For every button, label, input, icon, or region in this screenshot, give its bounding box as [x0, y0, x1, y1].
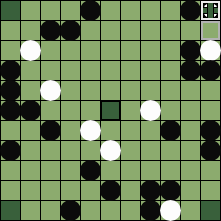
cell-r3c5[interactable] [101, 61, 120, 80]
cell-r5c3[interactable] [61, 101, 80, 120]
cell-r10c1[interactable] [21, 201, 40, 220]
cell-r7c0[interactable] [1, 141, 20, 160]
black-stone[interactable] [80, 160, 101, 181]
black-stone[interactable] [160, 180, 181, 201]
black-stone[interactable] [140, 180, 161, 201]
black-stone[interactable] [200, 60, 221, 81]
cell-r7c9[interactable] [181, 141, 200, 160]
black-stone[interactable] [180, 60, 201, 81]
cell-r1c5[interactable] [101, 21, 120, 40]
cell-r6c10[interactable] [201, 121, 220, 140]
cell-r8c2[interactable] [41, 161, 60, 180]
black-stone[interactable] [0, 100, 21, 121]
cell-r1c4[interactable] [81, 21, 100, 40]
cell-r5c5[interactable] [101, 101, 120, 120]
cell-r3c10[interactable] [201, 61, 220, 80]
cell-r7c1[interactable] [21, 141, 40, 160]
cell-r8c10[interactable] [201, 161, 220, 180]
cell-r3c1[interactable] [21, 61, 40, 80]
black-stone[interactable] [40, 20, 61, 41]
cell-r8c5[interactable] [101, 161, 120, 180]
cell-r7c8[interactable] [161, 141, 180, 160]
cell-r0c8[interactable] [161, 1, 180, 20]
white-stone[interactable] [100, 140, 121, 161]
cell-r0c2[interactable] [41, 1, 60, 20]
black-stone[interactable] [0, 60, 21, 81]
cell-r9c4[interactable] [81, 181, 100, 200]
cell-r7c4[interactable] [81, 141, 100, 160]
cell-r0c9[interactable] [181, 1, 200, 20]
cell-r10c3[interactable] [61, 201, 80, 220]
cell-r2c10[interactable] [201, 41, 220, 60]
king-piece[interactable] [201, 1, 220, 20]
black-stone[interactable] [80, 0, 101, 21]
cell-r8c6[interactable] [121, 161, 140, 180]
cell-r1c7[interactable] [141, 21, 160, 40]
cell-r8c1[interactable] [21, 161, 40, 180]
cell-r7c6[interactable] [121, 141, 140, 160]
king-cross-icon [207, 3, 214, 18]
cell-r9c0[interactable] [1, 181, 20, 200]
cell-r10c7[interactable] [141, 201, 160, 220]
cell-r4c9[interactable] [181, 81, 200, 100]
black-stone[interactable] [200, 140, 221, 161]
cell-r6c2[interactable] [41, 121, 60, 140]
cell-r6c5[interactable] [101, 121, 120, 140]
cell-r2c1[interactable] [21, 41, 40, 60]
cell-r5c1[interactable] [21, 101, 40, 120]
cell-r10c6[interactable] [121, 201, 140, 220]
cell-r4c10[interactable] [201, 81, 220, 100]
cell-r8c9[interactable] [181, 161, 200, 180]
cell-r0c1[interactable] [21, 1, 40, 20]
white-stone[interactable] [20, 40, 41, 61]
cell-r9c5[interactable] [101, 181, 120, 200]
cell-r0c4[interactable] [81, 1, 100, 20]
cell-r9c10[interactable] [201, 181, 220, 200]
cell-r7c3[interactable] [61, 141, 80, 160]
cell-r10c4[interactable] [81, 201, 100, 220]
cell-r4c7[interactable] [141, 81, 160, 100]
cell-r4c4[interactable] [81, 81, 100, 100]
cell-r2c4[interactable] [81, 41, 100, 60]
cell-r2c5[interactable] [101, 41, 120, 60]
cell-r7c2[interactable] [41, 141, 60, 160]
white-stone[interactable] [40, 80, 61, 101]
cell-r2c6[interactable] [121, 41, 140, 60]
black-stone[interactable] [20, 100, 41, 121]
cell-r4c8[interactable] [161, 81, 180, 100]
cell-r5c6[interactable] [121, 101, 140, 120]
cell-r5c2[interactable] [41, 101, 60, 120]
cell-r5c0[interactable] [1, 101, 20, 120]
cell-r7c5[interactable] [101, 141, 120, 160]
black-stone[interactable] [40, 120, 61, 141]
cell-r1c0[interactable] [1, 21, 20, 40]
cell-r0c6[interactable] [121, 1, 140, 20]
cell-r2c3[interactable] [61, 41, 80, 60]
cell-r5c7[interactable] [141, 101, 160, 120]
cell-r9c6[interactable] [121, 181, 140, 200]
cell-r3c0[interactable] [1, 61, 20, 80]
cell-r1c1[interactable] [21, 21, 40, 40]
cell-r8c0[interactable] [1, 161, 20, 180]
black-stone[interactable] [140, 200, 161, 221]
black-stone[interactable] [60, 20, 81, 41]
white-stone[interactable] [80, 120, 101, 141]
cell-r10c2[interactable] [41, 201, 60, 220]
cell-r0c10[interactable] [201, 1, 220, 20]
cell-r9c9[interactable] [181, 181, 200, 200]
cell-r6c6[interactable] [121, 121, 140, 140]
cell-r6c3[interactable] [61, 121, 80, 140]
cell-r10c9[interactable] [181, 201, 200, 220]
cell-r6c8[interactable] [161, 121, 180, 140]
cell-r5c9[interactable] [181, 101, 200, 120]
cell-r3c8[interactable] [161, 61, 180, 80]
cell-r6c0[interactable] [1, 121, 20, 140]
cell-r10c10[interactable] [201, 201, 220, 220]
cell-r1c6[interactable] [121, 21, 140, 40]
cell-r3c9[interactable] [181, 61, 200, 80]
cell-r7c10[interactable] [201, 141, 220, 160]
cell-r2c9[interactable] [181, 41, 200, 60]
cell-r9c7[interactable] [141, 181, 160, 200]
cell-r4c6[interactable] [121, 81, 140, 100]
white-stone[interactable] [200, 40, 221, 61]
cell-r5c8[interactable] [161, 101, 180, 120]
black-stone[interactable] [60, 200, 81, 221]
cell-r6c1[interactable] [21, 121, 40, 140]
cell-r6c4[interactable] [81, 121, 100, 140]
cell-r1c2[interactable] [41, 21, 60, 40]
cell-r9c1[interactable] [21, 181, 40, 200]
cell-r9c8[interactable] [161, 181, 180, 200]
cell-r5c4[interactable] [81, 101, 100, 120]
black-stone[interactable] [0, 140, 21, 161]
cell-r1c3[interactable] [61, 21, 80, 40]
black-stone[interactable] [0, 80, 21, 101]
cell-r1c10[interactable] [201, 21, 220, 40]
cell-r1c9[interactable] [181, 21, 200, 40]
cell-r10c8[interactable] [161, 201, 180, 220]
cell-r6c7[interactable] [141, 121, 160, 140]
cell-r2c7[interactable] [141, 41, 160, 60]
cell-r9c3[interactable] [61, 181, 80, 200]
cell-r2c8[interactable] [161, 41, 180, 60]
cell-r3c3[interactable] [61, 61, 80, 80]
white-stone[interactable] [160, 200, 181, 221]
cell-r3c2[interactable] [41, 61, 60, 80]
cell-r8c3[interactable] [61, 161, 80, 180]
hnefatafl-board [0, 0, 221, 221]
white-stone[interactable] [140, 100, 161, 121]
cell-r3c6[interactable] [121, 61, 140, 80]
cell-r1c8[interactable] [161, 21, 180, 40]
cell-r8c8[interactable] [161, 161, 180, 180]
cell-r3c7[interactable] [141, 61, 160, 80]
cell-r9c2[interactable] [41, 181, 60, 200]
cell-r8c4[interactable] [81, 161, 100, 180]
cell-r4c5[interactable] [101, 81, 120, 100]
cell-r0c7[interactable] [141, 1, 160, 20]
black-stone[interactable] [100, 180, 121, 201]
cell-r0c5[interactable] [101, 1, 120, 20]
cell-r4c3[interactable] [61, 81, 80, 100]
black-stone[interactable] [160, 120, 181, 141]
cell-r3c4[interactable] [81, 61, 100, 80]
cell-r4c2[interactable] [41, 81, 60, 100]
cell-r6c9[interactable] [181, 121, 200, 140]
cell-r5c10[interactable] [201, 101, 220, 120]
black-stone[interactable] [180, 40, 201, 61]
black-stone[interactable] [200, 120, 221, 141]
cell-r4c1[interactable] [21, 81, 40, 100]
cell-r4c0[interactable] [1, 81, 20, 100]
cell-r7c7[interactable] [141, 141, 160, 160]
cell-r8c7[interactable] [141, 161, 160, 180]
cell-r0c3[interactable] [61, 1, 80, 20]
cell-r0c0[interactable] [1, 1, 20, 20]
black-stone[interactable] [180, 0, 201, 21]
cell-r2c0[interactable] [1, 41, 20, 60]
cell-r2c2[interactable] [41, 41, 60, 60]
cell-r10c0[interactable] [1, 201, 20, 220]
cell-r10c5[interactable] [101, 201, 120, 220]
